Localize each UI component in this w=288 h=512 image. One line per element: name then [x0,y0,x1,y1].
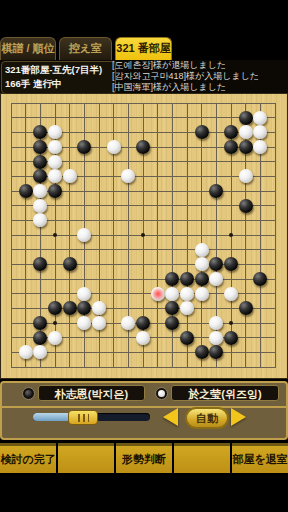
black-stone-icon [25,390,32,397]
grid-line [157,103,158,368]
grid-line [11,205,276,206]
stone-black [239,301,253,315]
stone-black [48,301,62,315]
stone-black [195,345,209,359]
stone-white [239,125,253,139]
tab-room-321[interactable]: 321 番部屋 [115,37,172,60]
stone-white [180,287,194,301]
stone-white [209,316,223,330]
stone-black [224,257,238,271]
stone-white [92,301,106,315]
stone-white [48,169,62,183]
stone-white [165,287,179,301]
stone-white [63,169,77,183]
stone-white [253,140,267,154]
stone-white [253,111,267,125]
stone-white [48,140,62,154]
stone-white [48,155,62,169]
black-stone-radio[interactable] [22,387,35,400]
stone-black [19,184,33,198]
stone-white [121,316,135,330]
room-info-panel: 321番部屋-互先(7目半) 166手 進行中 [1,61,116,94]
stone-black [195,272,209,286]
app-screen: 棋譜 / 順位 控え室 321 番部屋 321番部屋-互先(7目半) 166手 … [0,0,288,512]
stone-white [253,125,267,139]
move-status: 166手 進行中 [5,77,112,91]
grid-line [187,103,188,368]
stone-white [77,316,91,330]
stone-black [63,257,77,271]
leave-room-button[interactable]: 部屋を退室 [232,443,288,473]
stone-black [209,257,223,271]
stone-white [224,287,238,301]
star-point [53,321,57,325]
stone-black [165,272,179,286]
chat-message: [中国海軍]様が入場しました [112,82,288,93]
stone-white [209,331,223,345]
stone-white [19,345,33,359]
stone-black [224,140,238,154]
stone-black [33,169,47,183]
stone-black [48,184,62,198]
stone-black [136,140,150,154]
stone-black [253,272,267,286]
stone-white [77,228,91,242]
star-point [229,321,233,325]
stone-black [33,155,47,169]
stone-white [209,272,223,286]
grid-line [11,249,276,250]
stone-white [33,213,47,227]
stone-black [33,316,47,330]
control-panel: 朴志恩(박지은) 於之莹(위즈잉) 自動 [0,381,288,440]
stone-black [33,331,47,345]
stone-white [33,184,47,198]
black-player-name: 朴志恩(박지은) [38,385,145,401]
stone-white [33,199,47,213]
stone-black [33,140,47,154]
stone-white [92,316,106,330]
stone-white [180,301,194,315]
stone-white [77,287,91,301]
star-point [141,233,145,237]
stone-black [180,331,194,345]
stone-black [209,184,223,198]
stone-white [33,345,47,359]
stone-white [136,331,150,345]
last-move-marker [152,288,164,300]
grid-line [11,103,276,104]
go-board[interactable] [0,93,288,379]
grid-line [201,103,202,368]
step-forward-arrow-icon[interactable] [231,408,246,426]
grid-line [25,103,26,368]
stone-black [239,140,253,154]
white-stone-radio[interactable] [155,387,168,400]
stone-black [77,301,91,315]
grid-line [11,103,12,368]
auto-play-button[interactable]: 自動 [185,407,229,429]
grid-line [11,352,276,353]
tab-bar: 棋譜 / 順位 控え室 321 番部屋 [0,36,288,60]
star-point [229,233,233,237]
room-title: 321番部屋-互先(7目半) [5,63,112,77]
stone-black [239,111,253,125]
stone-white [48,125,62,139]
stone-black [63,301,77,315]
stone-black [165,301,179,315]
info-bar: 321番部屋-互先(7目半) 166手 進行中 [도예촌장]様が退場しました [… [0,60,288,93]
grid-line [275,103,276,368]
stone-white [48,331,62,345]
grid-line [11,279,276,280]
stone-black [224,125,238,139]
grid-line [11,117,276,118]
tab-kifu-ranking[interactable]: 棋譜 / 順位 [0,37,56,60]
stone-white [195,287,209,301]
stone-white [121,169,135,183]
stone-black [224,331,238,345]
grid-line [11,220,276,221]
stone-white [195,243,209,257]
stone-black [77,140,91,154]
finish-review-button[interactable]: 検討の完了 [0,443,56,473]
stone-black [209,345,223,359]
step-back-arrow-icon[interactable] [163,408,178,426]
chat-log[interactable]: [도예촌장]様が退場しました [감자와고구마418]様が入場しました [中国海軍… [112,60,288,93]
stone-white [239,169,253,183]
stone-black [239,199,253,213]
blank-button-2[interactable] [174,443,230,473]
white-stone-icon [158,390,165,397]
stone-black [33,257,47,271]
chat-message: [도예촌장]様が退場しました [112,60,288,71]
action-button-row: 検討の完了 形勢判断 部屋を退室 [0,443,288,473]
score-estimate-button[interactable]: 形勢判断 [116,443,172,473]
white-player-name: 於之莹(위즈잉) [171,385,279,401]
tab-waiting-room[interactable]: 控え室 [59,37,112,60]
grid-line [11,367,276,368]
stone-white [151,287,165,301]
stone-white [107,140,121,154]
blank-button-1[interactable] [58,443,114,473]
replay-slider-thumb[interactable] [68,410,98,425]
stone-white [195,257,209,271]
chat-message: [감자와고구마418]様が入場しました [112,71,288,82]
grid-line [69,103,70,368]
stone-black [165,316,179,330]
stone-black [136,316,150,330]
stone-black [195,125,209,139]
stone-black [33,125,47,139]
star-point [53,233,57,237]
stone-black [180,272,194,286]
